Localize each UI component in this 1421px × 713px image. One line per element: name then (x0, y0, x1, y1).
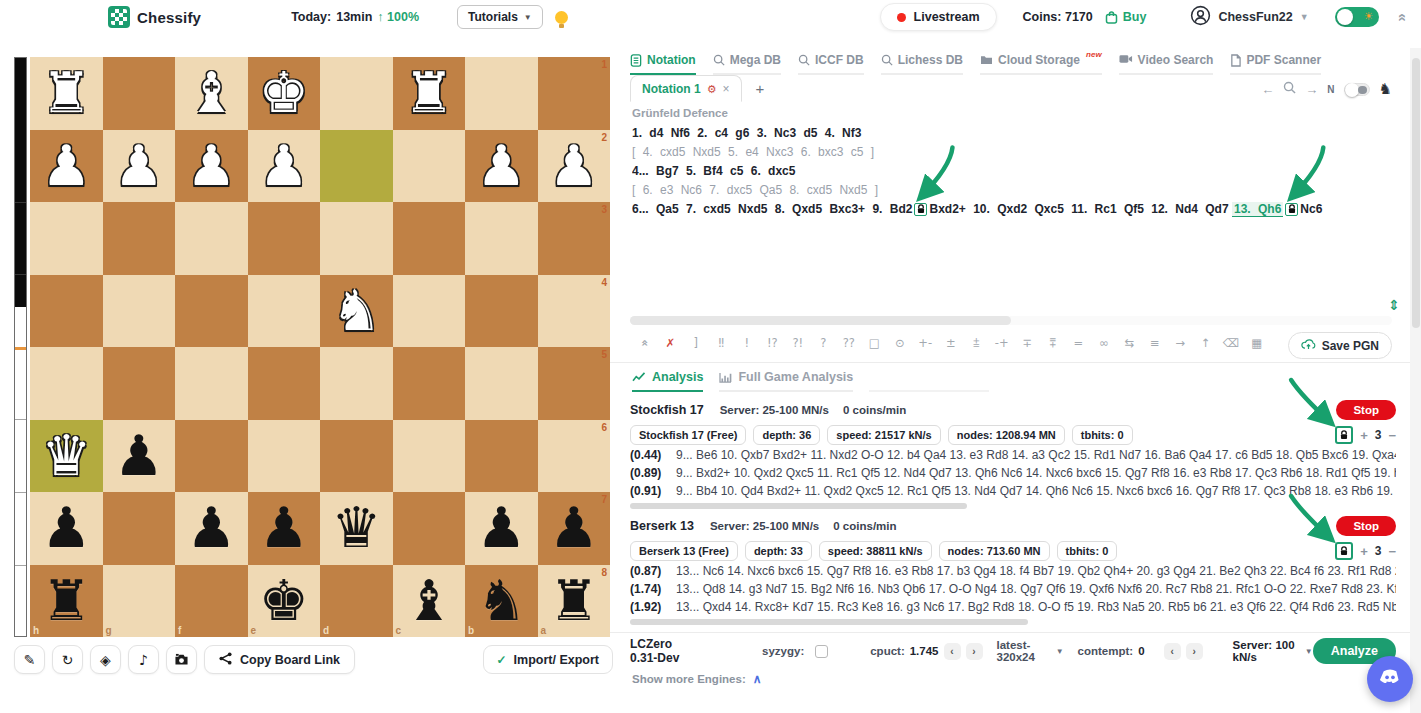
contempt-decrease-button[interactable]: ‹ (1164, 643, 1181, 660)
copy-board-link-button[interactable]: Copy Board Link (204, 645, 355, 674)
chevron-down-icon: ▼ (1305, 647, 1313, 656)
annotation-symbol-10[interactable]: ⊙ (887, 336, 913, 350)
annotation-symbol-8[interactable]: ?? (836, 336, 862, 350)
pv-line[interactable]: (0.44)9... Be6 10. Qxb7 Bxd2+ 11. Nxd2 O… (630, 446, 1396, 464)
check-icon: ✓ (497, 653, 507, 667)
square-b5[interactable] (465, 347, 538, 420)
square-c6[interactable] (393, 420, 466, 493)
engine-berserk-13: Berserk 13Server: 25-100 MN/s0 coins/min… (630, 516, 1396, 632)
black-pawn[interactable]: ♟ (114, 428, 164, 484)
square-h5[interactable] (30, 347, 103, 420)
annotation-symbol-2[interactable]: ] (683, 336, 709, 350)
square-b4[interactable] (465, 275, 538, 348)
divider (610, 362, 1421, 363)
black-queen[interactable]: ♛ (331, 500, 381, 556)
white-knight[interactable]: ♞ (331, 283, 381, 339)
rank-label-6: 6 (601, 422, 607, 433)
square-c4[interactable] (393, 275, 466, 348)
contempt-increase-button[interactable]: › (1186, 643, 1203, 660)
save-pgn-button[interactable]: Save PGN (1288, 332, 1392, 359)
square-h8[interactable]: ♜h (30, 565, 103, 638)
square-h1[interactable]: ♜ (30, 57, 103, 130)
engine-hscrollbar[interactable] (630, 619, 1396, 625)
square-f6[interactable] (175, 420, 248, 493)
tab-ghost (869, 372, 989, 392)
annotation-symbol-14[interactable]: -+ (989, 336, 1015, 350)
rank-label-8: 8 (601, 567, 607, 578)
multipv-minus-button[interactable]: − (1388, 544, 1396, 559)
square-a7[interactable]: ♟7 (538, 492, 611, 565)
annotation-symbol-18[interactable]: ∞ (1091, 336, 1117, 350)
file-label-d: d (323, 625, 329, 636)
engine-hscrollbar-thumb[interactable] (630, 619, 1028, 625)
annotation-symbol-11[interactable]: +- (913, 336, 939, 350)
annotation-symbol-9[interactable]: □ (862, 336, 888, 350)
lczero-row: LCZero 0.31-Dev syzygy: cpuct: 1.745 ‹ ›… (630, 638, 1396, 664)
piece-set-button[interactable]: ◈ (90, 645, 121, 674)
white-pawn[interactable]: ♟ (114, 138, 164, 194)
tab-video-search[interactable]: Video Search (1119, 53, 1214, 75)
today-trend: ↑ 100% (377, 10, 419, 24)
engine-chip: Stockfish 17 (Free) (630, 425, 746, 445)
square-g3[interactable] (103, 202, 176, 275)
white-pawn[interactable]: ♟ (259, 138, 309, 194)
bag-icon (1105, 11, 1118, 24)
rank-label-2: 2 (601, 132, 607, 143)
square-g4[interactable] (103, 275, 176, 348)
annotation-toolbar: «✗]‼!!??!???□⊙+-±⩲-+∓⩱=∞⇆≡→↑⌫▦ (632, 336, 1270, 350)
username: ChessFun22 (1218, 10, 1292, 24)
square-e1[interactable]: ♚ (248, 57, 321, 130)
square-e3[interactable] (248, 202, 321, 275)
rank-label-7: 7 (601, 494, 607, 505)
annotation-symbol-17[interactable]: = (1066, 336, 1092, 350)
resize-handle-icon[interactable]: ⇕ (1388, 297, 1400, 313)
square-a6[interactable]: 6 (538, 420, 611, 493)
save-pgn-label: Save PGN (1322, 339, 1379, 353)
collapse-header-icon[interactable]: « (1394, 13, 1411, 21)
lock-icon[interactable] (1285, 203, 1298, 216)
white-pawn[interactable]: ♟ (549, 138, 599, 194)
notation-hscrollbar-thumb[interactable] (630, 316, 1011, 325)
square-h2[interactable]: ♟ (30, 130, 103, 203)
chevron-down-icon: ▼ (1300, 12, 1309, 22)
tutorials-button[interactable]: Tutorials ▼ (457, 5, 543, 29)
tab-label: Full Game Analysis (738, 370, 853, 384)
square-e7[interactable]: ♟ (248, 492, 321, 565)
today-value: 13min (336, 10, 372, 24)
annotation-symbol-1[interactable]: ✗ (658, 336, 684, 350)
black-pawn[interactable]: ♟ (549, 500, 599, 556)
engine-stockfish-17: Stockfish 17Server: 25-100 MN/s0 coins/m… (630, 400, 1396, 516)
annotation-symbol-6[interactable]: ?! (785, 336, 811, 350)
pv-line[interactable]: (0.87)13... Nc6 14. Nxc6 bxc6 15. Qg7 Rf… (630, 562, 1396, 580)
square-h7[interactable]: ♟ (30, 492, 103, 565)
file-label-f: f (178, 625, 181, 636)
pv-score: (0.87) (630, 564, 676, 578)
letter-notation-label: N (1327, 84, 1334, 95)
move-line: 1. d4 Nf6 2. c4 g6 3. Nc3 d5 4. Nf3 (632, 124, 1388, 143)
pv-moves: 9... Be6 10. Qxb7 Bxd2+ 11. Nxd2 O-O 12.… (676, 448, 1396, 462)
chevron-down-icon: ▼ (524, 13, 532, 22)
import-export-label: Import/ Export (514, 653, 599, 667)
lightbulb-icon[interactable] (555, 11, 568, 24)
cpuct-increase-button[interactable]: › (966, 643, 983, 660)
pv-score: (1.74) (630, 582, 676, 596)
figurine-toggle[interactable] (1344, 83, 1370, 96)
square-a5[interactable]: 5 (538, 347, 611, 420)
square-b2[interactable]: ♟ (465, 130, 538, 203)
today-usage: Today: 13min ↑ 100% (291, 10, 419, 24)
opening-name: Grünfeld Defence (632, 107, 728, 119)
draw-pencil-button[interactable]: ✎ (14, 645, 45, 674)
pv-moves: 13... Nc6 14. Nxc6 bxc6 15. Qg7 Rf8 16. … (676, 564, 1396, 578)
chartline-icon (632, 372, 646, 383)
pv-moves: 13... Qd8 14. g3 Nd7 15. Bg2 Nf6 16. Nb3… (676, 582, 1396, 596)
white-queen[interactable]: ♛ (41, 428, 91, 484)
file-label-g: g (106, 625, 112, 636)
tab-label: Mega DB (730, 53, 781, 67)
tab-label: ICCF DB (815, 53, 864, 67)
engine-coins: 0 coins/min (843, 404, 906, 416)
move-text[interactable]: 6... Qa5 7. cxd5 Nxd5 8. Qxd5 Bxc3+ 9. B… (632, 202, 912, 216)
stop-button[interactable]: Stop (1336, 516, 1396, 536)
engine-chip: nodes: 713.60 MN (939, 541, 1050, 561)
multipv-plus-button[interactable]: + (1360, 428, 1368, 443)
chess-board[interactable]: ♜♝♚♜1♟♟♟♟♟♟23♞45♛♟6♟♟♟♛♟♟7♜hgf♚ed♝c♞b♜8a (30, 57, 610, 637)
close-icon[interactable]: × (723, 82, 730, 96)
white-rook[interactable]: ♜ (41, 65, 91, 121)
annotation-symbol-0[interactable]: « (638, 330, 652, 356)
current-move[interactable]: 13. Qh6 (1232, 202, 1283, 217)
tab-cloud-storage[interactable]: Cloud Storagenew (980, 53, 1102, 75)
notation-tools: ← → N ♞ (1261, 80, 1392, 98)
square-f1[interactable]: ♝ (175, 57, 248, 130)
square-f7[interactable]: ♟ (175, 492, 248, 565)
black-pawn[interactable]: ♟ (186, 500, 236, 556)
square-g1[interactable] (103, 57, 176, 130)
square-a4[interactable]: 4 (538, 275, 611, 348)
engine-server: Server: 25-100 MN/s (710, 520, 819, 532)
square-c8[interactable]: ♝c (393, 565, 466, 638)
chevron-up-icon: ∧ (753, 672, 762, 686)
engine-hscrollbar[interactable] (630, 503, 1396, 509)
tab-label: Video Search (1138, 53, 1214, 67)
folder-icon (980, 54, 993, 65)
flip-board-button[interactable]: ↻ (52, 645, 83, 674)
white-pawn[interactable]: ♟ (476, 138, 526, 194)
file-label-c: c (396, 625, 402, 636)
sound-button[interactable]: ♪ (128, 645, 159, 674)
move-text[interactable]: 4... Bg7 5. Bf4 c5 6. dxc5 (632, 164, 795, 178)
tab-notation[interactable]: Notation (630, 53, 696, 75)
new-badge: new (1086, 50, 1102, 59)
engine-lock-icon[interactable] (1335, 542, 1353, 560)
square-f5[interactable] (175, 347, 248, 420)
square-c5[interactable] (393, 347, 466, 420)
white-rook[interactable]: ♜ (404, 65, 454, 121)
buy-label: Buy (1123, 10, 1147, 24)
square-h4[interactable] (30, 275, 103, 348)
account-menu[interactable]: ChessFun22 ▼ (1190, 5, 1308, 29)
file-label-b: b (468, 625, 474, 636)
tab-label: Analysis (652, 370, 703, 384)
square-g5[interactable] (103, 347, 176, 420)
square-f4[interactable] (175, 275, 248, 348)
engine-chip: depth: 33 (745, 541, 812, 561)
multipv-plus-button[interactable]: + (1360, 544, 1368, 559)
tab-label: Cloud Storage (998, 53, 1080, 67)
engine-hscrollbar-thumb[interactable] (630, 503, 967, 509)
square-g7[interactable] (103, 492, 176, 565)
engine-chip: nodes: 1208.94 MN (948, 425, 1065, 445)
lock-icon[interactable] (914, 203, 927, 216)
square-c3[interactable] (393, 202, 466, 275)
engine-name: Berserk 13 (630, 519, 694, 533)
square-d7[interactable]: ♛ (320, 492, 393, 565)
brand-name: Chessify (137, 9, 201, 26)
move-text[interactable]: Nc6 (1300, 202, 1322, 216)
black-king[interactable]: ♚ (259, 573, 309, 629)
square-e4[interactable] (248, 275, 321, 348)
black-rook[interactable]: ♜ (549, 573, 599, 629)
page-vscrollbar-thumb[interactable] (1412, 58, 1420, 328)
square-a1[interactable]: 1 (538, 57, 611, 130)
pv-score: (0.89) (630, 466, 676, 480)
snapshot-camera-button[interactable] (166, 645, 197, 674)
show-more-engines[interactable]: Show more Engines: ∧ (632, 672, 762, 686)
pv-line[interactable]: (1.92)13... Qxd4 14. Rxc8+ Kd7 15. Rc3 K… (630, 598, 1396, 616)
square-c2[interactable] (393, 130, 466, 203)
square-a2[interactable]: ♟2 (538, 130, 611, 203)
figurine-knight-icon: ♞ (1379, 80, 1392, 98)
annotation-symbol-12[interactable]: ± (938, 336, 964, 350)
page-vscrollbar[interactable] (1410, 48, 1421, 713)
pv-score: (0.91) (630, 484, 676, 498)
square-e6[interactable] (248, 420, 321, 493)
square-e2[interactable]: ♟ (248, 130, 321, 203)
engine-chip: tbhits: 0 (1057, 541, 1118, 561)
engine-chip: depth: 36 (753, 425, 820, 445)
square-d8[interactable]: d (320, 565, 393, 638)
move-text[interactable]: 1. d4 Nf6 2. c4 g6 3. Nc3 d5 4. Nf3 (632, 126, 861, 140)
notation-tab-1[interactable]: Notation 1 ⚙ × (630, 75, 742, 102)
annotation-symbol-24[interactable]: ▦ (1244, 336, 1270, 350)
import-export-button[interactable]: ✓ Import/ Export (483, 645, 613, 674)
avatar-icon (1190, 5, 1211, 29)
move-line: 4... Bg7 5. Bf4 c5 6. dxc5 (632, 162, 1388, 181)
rank-label-1: 1 (601, 59, 607, 70)
square-a8[interactable]: ♜8a (538, 565, 611, 638)
square-d2[interactable] (320, 130, 393, 203)
square-d6[interactable] (320, 420, 393, 493)
white-bishop[interactable]: ♝ (186, 65, 236, 121)
divider (610, 632, 1421, 633)
discord-icon (1377, 664, 1403, 694)
livestream-button[interactable]: Livestream (880, 3, 997, 31)
white-pawn[interactable]: ♟ (41, 138, 91, 194)
engine-coins: 0 coins/min (833, 520, 896, 532)
engine-chip: speed: 21517 kN/s (827, 425, 940, 445)
square-a3[interactable]: 3 (538, 202, 611, 275)
multipv-count: 3 (1375, 428, 1382, 442)
notation-subtabs: Notation 1 ⚙ × + (630, 75, 764, 102)
black-rook[interactable]: ♜ (41, 573, 91, 629)
square-b3[interactable] (465, 202, 538, 275)
file-label-e: e (251, 625, 257, 636)
black-bishop[interactable]: ♝ (404, 573, 454, 629)
engine-chip: tbhits: 0 (1072, 425, 1133, 445)
annotation-symbol-19[interactable]: ⇆ (1117, 336, 1143, 350)
evaluation-bar (14, 57, 27, 637)
stop-button[interactable]: Stop (1336, 400, 1396, 420)
annotation-symbol-4[interactable]: ! (734, 336, 760, 350)
move-text[interactable]: [ 6. e3 Nc6 7. dxc5 Qa5 8. cxd5 Nxd5 ] (632, 183, 878, 197)
white-king[interactable]: ♚ (259, 65, 309, 121)
square-c1[interactable]: ♜ (393, 57, 466, 130)
rank-label-4: 4 (601, 277, 607, 288)
square-d3[interactable] (320, 202, 393, 275)
tab-analysis[interactable]: Analysis (632, 370, 703, 392)
net-select[interactable]: latest-320x24 ▼ (997, 639, 1064, 663)
video-icon (1119, 54, 1133, 64)
search-icon (713, 54, 725, 66)
square-b8[interactable]: ♞b (465, 565, 538, 638)
tab-pdf-scanner[interactable]: PDF Scanner (1230, 53, 1321, 75)
today-label: Today: (291, 10, 331, 24)
contempt-value: 0 (1138, 645, 1144, 657)
forward-arrow-icon[interactable]: → (1305, 82, 1318, 97)
net-value: latest-320x24 (997, 639, 1048, 663)
tab-label: PDF Scanner (1246, 53, 1321, 67)
search-icon (798, 54, 810, 66)
pdf-icon (1230, 54, 1241, 67)
pv-score: (0.44) (630, 448, 676, 462)
annotation-symbol-20[interactable]: ≡ (1142, 336, 1168, 350)
square-d4[interactable]: ♞ (320, 275, 393, 348)
square-d5[interactable] (320, 347, 393, 420)
rank-label-3: 3 (601, 204, 607, 215)
black-pawn[interactable]: ♟ (41, 500, 91, 556)
doc-icon (630, 54, 642, 67)
multipv-minus-button[interactable]: − (1388, 428, 1396, 443)
notation-tab-label: Notation 1 (642, 82, 701, 96)
square-b7[interactable]: ♟ (465, 492, 538, 565)
square-c7[interactable] (393, 492, 466, 565)
pv-line[interactable]: (0.89)9... Bxd2+ 10. Qxd2 Qxc5 11. Rc1 Q… (630, 464, 1396, 482)
square-g8[interactable]: g (103, 565, 176, 638)
contempt-label: contempt: (1078, 645, 1134, 657)
buy-coins-button[interactable]: Buy (1105, 10, 1147, 24)
pv-line[interactable]: (0.91)9... Bb4 10. Qd4 Bxd2+ 11. Qxd2 Qx… (630, 482, 1396, 500)
sun-icon: ☀ (1364, 10, 1374, 23)
chartbars-icon (719, 372, 732, 383)
square-h3[interactable] (30, 202, 103, 275)
white-pawn[interactable]: ♟ (186, 138, 236, 194)
square-d1[interactable] (320, 57, 393, 130)
pv-moves: 9... Bxd2+ 10. Qxd2 Qxc5 11. Rc1 Qf5 12.… (676, 466, 1396, 480)
file-label-h: h (33, 625, 39, 636)
annotation-symbol-16[interactable]: ⩱ (1040, 336, 1066, 350)
annotation-symbol-23[interactable]: ⌫ (1219, 336, 1245, 350)
syzygy-label: syzygy: (762, 645, 804, 657)
rank-label-5: 5 (601, 349, 607, 360)
square-h6[interactable]: ♛ (30, 420, 103, 493)
engine-chip: speed: 38811 kN/s (819, 541, 932, 561)
move-line: 6... Qa5 7. cxd5 Nxd5 8. Qxd5 Bxc3+ 9. B… (632, 200, 1388, 219)
tab-iccf-db[interactable]: ICCF DB (798, 53, 864, 75)
discord-button[interactable] (1367, 656, 1413, 702)
cpuct-label: cpuct: (870, 645, 905, 657)
square-f3[interactable] (175, 202, 248, 275)
share-icon (219, 652, 232, 668)
gear-icon[interactable]: ⚙ (707, 83, 717, 96)
engine-lock-icon[interactable] (1335, 426, 1353, 444)
square-f8[interactable]: f (175, 565, 248, 638)
square-g6[interactable]: ♟ (103, 420, 176, 493)
back-arrow-icon[interactable]: ← (1261, 82, 1274, 97)
annotation-symbol-15[interactable]: ∓ (1015, 336, 1041, 350)
right-panel: NotationMega DBICCF DBLichess DBCloud St… (630, 48, 1406, 713)
square-g2[interactable]: ♟ (103, 130, 176, 203)
annotation-symbol-5[interactable]: !? (760, 336, 786, 350)
pv-line[interactable]: (1.74)13... Qd8 14. g3 Nd7 15. Bg2 Nf6 1… (630, 580, 1396, 598)
notation-hscrollbar[interactable] (630, 316, 1392, 325)
move-text[interactable]: [ 4. cxd5 Nxd5 5. e4 Nxc3 6. bxc3 c5 ] (632, 145, 874, 159)
square-e8[interactable]: ♚e (248, 565, 321, 638)
square-b1[interactable] (465, 57, 538, 130)
syzygy-checkbox[interactable] (815, 645, 828, 658)
cpuct-decrease-button[interactable]: ‹ (944, 643, 961, 660)
annotation-symbol-7[interactable]: ? (811, 336, 837, 350)
move-text[interactable]: Bxd2+ 10. Qxd2 Qxc5 11. Rc1 Qf5 12. Nd4 … (929, 202, 1228, 216)
move-line: [ 6. e3 Nc6 7. dxc5 Qa5 8. cxd5 Nxd5 ] (632, 181, 1388, 200)
black-knight[interactable]: ♞ (476, 573, 526, 629)
chessify-logo[interactable]: Chessify (108, 6, 201, 28)
server-select[interactable]: Server: 100 kN/s ▼ (1233, 639, 1313, 663)
tab-lichess-db[interactable]: Lichess DB (881, 53, 963, 75)
black-pawn[interactable]: ♟ (476, 500, 526, 556)
engines: Stockfish 17Server: 25-100 MN/s0 coins/m… (630, 400, 1396, 632)
lczero-name: LCZero 0.31-Dev (630, 637, 702, 665)
add-notation-tab-button[interactable]: + (756, 80, 765, 102)
annotation-symbol-21[interactable]: → (1168, 336, 1194, 350)
square-e5[interactable] (248, 347, 321, 420)
tab-mega-db[interactable]: Mega DB (713, 53, 781, 75)
search-icon (881, 54, 893, 66)
record-dot-icon (897, 13, 906, 22)
theme-toggle[interactable]: ☀ (1335, 7, 1379, 27)
coins-balance: Coins: 7170 (1023, 10, 1093, 24)
notation-moves[interactable]: 1. d4 Nf6 2. c4 g6 3. Nc3 d5 4. Nf3[ 4. … (632, 124, 1388, 219)
annotation-symbol-22[interactable]: ↑ (1193, 336, 1219, 350)
move-line: [ 4. cxd5 Nxd5 5. e4 Nxc3 6. bxc3 c5 ] (632, 143, 1388, 162)
pv-moves: 9... Bb4 10. Qd4 Bxd2+ 11. Qxd2 Qxc5 12.… (676, 484, 1396, 498)
toggle-knob (1337, 9, 1353, 25)
tab-full-game-analysis[interactable]: Full Game Analysis (719, 370, 853, 392)
cloud-upload-icon (1301, 338, 1316, 353)
square-f2[interactable]: ♟ (175, 130, 248, 203)
copy-board-link-label: Copy Board Link (240, 653, 340, 667)
annotation-symbol-13[interactable]: ⩲ (964, 336, 990, 350)
magnifier-icon[interactable] (1283, 81, 1296, 97)
pv-moves: 13... Qxd4 14. Rxc8+ Kd7 15. Rc3 Ke8 16.… (676, 600, 1396, 614)
square-b6[interactable] (465, 420, 538, 493)
tab-label: Lichess DB (898, 53, 963, 67)
annotation-symbol-3[interactable]: ‼ (709, 336, 735, 350)
black-pawn[interactable]: ♟ (259, 500, 309, 556)
tutorials-label: Tutorials (468, 10, 518, 24)
